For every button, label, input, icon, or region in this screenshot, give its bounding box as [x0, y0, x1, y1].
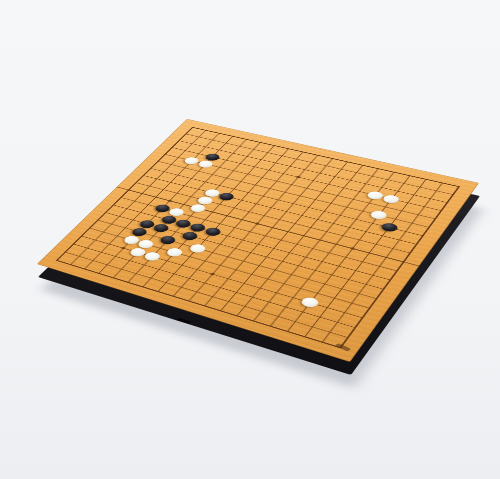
grid-line-horizontal [113, 205, 390, 280]
grid-line-vertical [237, 165, 363, 316]
board-grid [37, 119, 479, 362]
star-point [121, 247, 126, 250]
photo-background [0, 0, 500, 479]
star-point [210, 273, 216, 276]
star-point [350, 247, 356, 250]
grid-line-horizontal [73, 244, 355, 328]
go-board[interactable] [37, 119, 479, 362]
star-point [296, 176, 301, 179]
grid-line-vertical [221, 162, 348, 311]
